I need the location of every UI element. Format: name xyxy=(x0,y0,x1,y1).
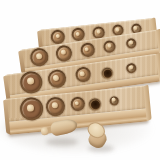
hole-interior xyxy=(90,100,100,110)
cylinder-knob[interactable] xyxy=(129,65,134,70)
cylinder-body xyxy=(49,117,78,136)
cylinder-knob[interactable] xyxy=(55,34,59,38)
cylinder-knob[interactable] xyxy=(35,53,42,60)
socket-b4-p5[interactable] xyxy=(109,96,119,106)
piece-shadow-1 xyxy=(46,138,78,146)
empty-hole-b4-p4[interactable] xyxy=(88,97,101,110)
scene xyxy=(0,0,160,160)
cylinder-knob[interactable] xyxy=(96,29,100,33)
cylinder-knob[interactable] xyxy=(129,40,134,45)
cylinder-knob[interactable] xyxy=(107,43,112,48)
hole-interior xyxy=(103,70,112,79)
